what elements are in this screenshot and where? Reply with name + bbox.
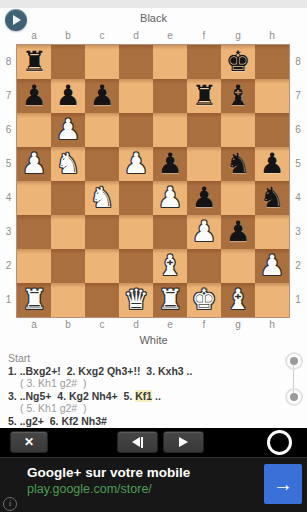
piece-white-k-f1[interactable]: ♚	[191, 283, 216, 317]
square-g7[interactable]: ♝	[221, 79, 255, 113]
coord-label-h: h	[255, 28, 289, 45]
record-circle-icon[interactable]	[267, 430, 292, 455]
coord-label-g: g	[221, 317, 255, 333]
square-c7[interactable]: ♟	[85, 79, 119, 113]
move-line-3[interactable]: 5. ..g2+ 6. Kf2 Nh3#	[8, 415, 281, 428]
coord-label-h: h	[255, 317, 289, 333]
piece-black-p-f4[interactable]: ♟	[191, 181, 216, 215]
square-f7[interactable]: ♜	[187, 79, 221, 113]
skip-to-start-button[interactable]	[117, 431, 158, 453]
square-h3[interactable]	[255, 215, 289, 249]
play-icon	[179, 437, 188, 447]
coord-label-d: d	[119, 317, 153, 333]
square-b4[interactable]	[51, 181, 85, 215]
square-e6[interactable]	[153, 113, 187, 147]
coord-label-f: f	[187, 28, 221, 45]
piece-black-p-c7[interactable]: ♟	[89, 79, 114, 113]
square-a6[interactable]	[17, 113, 51, 147]
piece-white-r-e1[interactable]: ♜	[157, 283, 182, 317]
square-f5[interactable]	[187, 147, 221, 181]
coord-label-5: 5	[289, 147, 307, 181]
coord-label-2: 2	[0, 249, 17, 283]
square-h8[interactable]	[255, 45, 289, 79]
square-d5[interactable]: ♟	[119, 147, 153, 181]
square-h6[interactable]	[255, 113, 289, 147]
square-a8[interactable]: ♜	[17, 45, 51, 79]
square-g1[interactable]: ♝	[221, 283, 255, 317]
square-g2[interactable]	[221, 249, 255, 283]
coord-label-6: 6	[0, 113, 17, 147]
square-e2[interactable]: ♝	[153, 249, 187, 283]
coord-label-g: g	[221, 28, 255, 45]
piece-white-b-g1[interactable]: ♝	[225, 283, 250, 317]
piece-white-r-a1[interactable]: ♜	[21, 283, 46, 317]
coord-label-3: 3	[0, 215, 17, 249]
square-a7[interactable]: ♟	[17, 79, 51, 113]
square-e4[interactable]: ♟	[153, 181, 187, 215]
square-h1[interactable]	[255, 283, 289, 317]
piece-white-b-e2[interactable]: ♝	[157, 249, 182, 283]
square-b5[interactable]: ♞	[51, 147, 85, 181]
coord-label-6: 6	[289, 113, 307, 147]
close-icon: ✕	[24, 435, 34, 449]
file-labels-bottom: abcdefgh	[17, 317, 289, 333]
square-a1[interactable]: ♜	[17, 283, 51, 317]
header: Black	[0, 8, 307, 28]
square-f6[interactable]	[187, 113, 221, 147]
coord-label-e: e	[153, 28, 187, 45]
coord-label-f: f	[187, 317, 221, 333]
piece-black-p-e5[interactable]: ♟	[157, 147, 182, 181]
square-g3[interactable]: ♟	[221, 215, 255, 249]
coord-label-a: a	[17, 28, 51, 45]
piece-black-n-g5[interactable]: ♞	[225, 147, 250, 181]
square-c6[interactable]	[85, 113, 119, 147]
square-b7[interactable]: ♟	[51, 79, 85, 113]
piece-black-r-f7[interactable]: ♜	[191, 79, 216, 113]
piece-black-p-b7[interactable]: ♟	[55, 79, 80, 113]
square-a2[interactable]	[17, 249, 51, 283]
square-c4[interactable]: ♞	[85, 181, 119, 215]
coord-label-8: 8	[289, 45, 307, 79]
playback-toolbar: ✕	[0, 428, 307, 457]
coord-label-1: 1	[289, 283, 307, 317]
coord-label-1: 1	[0, 283, 17, 317]
coord-label-b: b	[51, 317, 85, 333]
coord-label-e: e	[153, 317, 187, 333]
coord-label-5: 5	[0, 147, 17, 181]
coord-label-8: 8	[0, 45, 17, 79]
square-a4[interactable]	[17, 181, 51, 215]
piece-white-n-b5[interactable]: ♞	[55, 147, 80, 181]
coord-label-c: c	[85, 317, 119, 333]
rank-labels-left: 87654321	[0, 45, 17, 317]
slider-knob-bottom[interactable]	[285, 388, 303, 406]
square-e8[interactable]	[153, 45, 187, 79]
square-b6[interactable]: ♟	[51, 113, 85, 147]
piece-black-p-h5[interactable]: ♟	[259, 147, 284, 181]
square-e7[interactable]	[153, 79, 187, 113]
piece-black-k-g8[interactable]: ♚	[225, 45, 250, 79]
square-d2[interactable]	[119, 249, 153, 283]
square-d4[interactable]	[119, 181, 153, 215]
square-g8[interactable]: ♚	[221, 45, 255, 79]
square-f3[interactable]: ♟	[187, 215, 221, 249]
square-d8[interactable]	[119, 45, 153, 79]
piece-black-n-h4[interactable]: ♞	[259, 181, 284, 215]
square-a5[interactable]: ♟	[17, 147, 51, 181]
square-b8[interactable]	[51, 45, 85, 79]
piece-black-b-g7[interactable]: ♝	[225, 79, 250, 113]
move-line-1[interactable]: 1. ..Bxg2+! 2. Kxg2 Qh3+!! 3. Kxh3 ..	[8, 365, 281, 378]
move-scroll-slider[interactable]	[284, 352, 304, 404]
coord-label-d: d	[119, 28, 153, 45]
play-icon	[13, 15, 21, 25]
ad-url[interactable]: play.google.com/store/	[27, 482, 152, 496]
square-g6[interactable]	[221, 113, 255, 147]
square-h2[interactable]: ♟	[255, 249, 289, 283]
piece-white-p-e4[interactable]: ♟	[157, 181, 182, 215]
variation-line-1[interactable]: ( 3. Kh1 g2# )	[20, 377, 281, 390]
skip-bar	[141, 437, 143, 448]
chess-board[interactable]: ♜♚♟♟♟♜♝♟♟♞♟♟♞♟♞♟♟♞♟♟♝♟♜♛♜♚♝	[17, 45, 289, 317]
rank-labels-right: 87654321	[289, 45, 307, 317]
square-b1[interactable]	[51, 283, 85, 317]
coord-label-7: 7	[0, 79, 17, 113]
ad-cta-button[interactable]: →	[264, 464, 302, 504]
piece-white-p-f3[interactable]: ♟	[191, 215, 216, 249]
square-g4[interactable]	[221, 181, 255, 215]
square-c5[interactable]	[85, 147, 119, 181]
piece-black-r-a8[interactable]: ♜	[21, 45, 46, 79]
square-h4[interactable]: ♞	[255, 181, 289, 215]
square-c3[interactable]	[85, 215, 119, 249]
square-e1[interactable]: ♜	[153, 283, 187, 317]
square-e5[interactable]: ♟	[153, 147, 187, 181]
coord-label-4: 4	[0, 181, 17, 215]
slider-knob-top[interactable]	[285, 352, 303, 370]
current-move[interactable]: Kf1	[135, 390, 152, 402]
piece-white-n-c4[interactable]: ♞	[89, 181, 114, 215]
piece-white-p-b6[interactable]: ♟	[55, 113, 80, 147]
ad-banner[interactable]: Google+ sur votre mobile play.google.com…	[0, 457, 307, 512]
piece-white-p-h2[interactable]: ♟	[259, 249, 284, 283]
move-list-start: Start	[8, 352, 281, 365]
variation-line-2[interactable]: ( 5. Kh1 g2# )	[20, 402, 281, 415]
square-h5[interactable]: ♟	[255, 147, 289, 181]
top-player-label: Black	[0, 8, 307, 28]
autoplay-button[interactable]	[5, 9, 27, 31]
piece-black-p-g3[interactable]: ♟	[225, 215, 250, 249]
square-h7[interactable]	[255, 79, 289, 113]
arrow-right-icon: →	[273, 473, 293, 496]
coord-label-3: 3	[289, 215, 307, 249]
move-list: Start 1. ..Bxg2+! 2. Kxg2 Qh3+!! 3. Kxh3…	[0, 350, 307, 428]
square-a3[interactable]	[17, 215, 51, 249]
board-strip: 87654321 ♜♚♟♟♟♜♝♟♟♞♟♟♞♟♞♟♟♞♟♟♝♟♜♛♜♚♝ 876…	[0, 45, 307, 317]
next-move-button[interactable]	[163, 431, 204, 453]
ad-info-icon[interactable]: i	[3, 497, 17, 511]
skip-to-start-icon	[132, 437, 140, 447]
move-line-2-post: ..	[152, 390, 161, 402]
square-f2[interactable]	[187, 249, 221, 283]
piece-white-p-a5[interactable]: ♟	[21, 147, 46, 181]
ad-title: Google+ sur votre mobile	[27, 465, 190, 480]
status-bar	[0, 0, 307, 8]
square-f1[interactable]: ♚	[187, 283, 221, 317]
file-labels-top: abcdefgh	[17, 28, 289, 45]
square-g5[interactable]: ♞	[221, 147, 255, 181]
piece-white-p-d5[interactable]: ♟	[123, 147, 148, 181]
square-c8[interactable]	[85, 45, 119, 79]
piece-white-q-d1[interactable]: ♛	[123, 283, 148, 317]
move-line-2-pre: 3. ..Ng5+ 4. Kg2 Nh4+ 5.	[8, 390, 135, 402]
chess-app-screen: Black abcdefgh 87654321 ♜♚♟♟♟♜♝♟♟♞♟♟♞♟♞♟…	[0, 0, 307, 512]
square-d6[interactable]	[119, 113, 153, 147]
square-d7[interactable]	[119, 79, 153, 113]
square-e3[interactable]	[153, 215, 187, 249]
coord-label-7: 7	[289, 79, 307, 113]
square-c1[interactable]	[85, 283, 119, 317]
square-d3[interactable]	[119, 215, 153, 249]
piece-black-p-a7[interactable]: ♟	[21, 79, 46, 113]
coord-label-4: 4	[289, 181, 307, 215]
square-d1[interactable]: ♛	[119, 283, 153, 317]
bottom-player: White	[0, 333, 307, 350]
coord-label-c: c	[85, 28, 119, 45]
coord-label-a: a	[17, 317, 51, 333]
coord-label-b: b	[51, 28, 85, 45]
bottom-player-label: White	[0, 333, 307, 347]
square-f4[interactable]: ♟	[187, 181, 221, 215]
coord-label-2: 2	[289, 249, 307, 283]
square-c2[interactable]	[85, 249, 119, 283]
square-b3[interactable]	[51, 215, 85, 249]
close-button[interactable]: ✕	[10, 431, 48, 453]
square-b2[interactable]	[51, 249, 85, 283]
square-f8[interactable]	[187, 45, 221, 79]
move-line-2[interactable]: 3. ..Ng5+ 4. Kg2 Nh4+ 5. Kf1 ..	[8, 390, 281, 403]
